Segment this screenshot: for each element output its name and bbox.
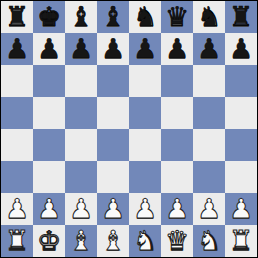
square-h3[interactable]: [225, 161, 257, 193]
square-g8[interactable]: ♞: [193, 1, 225, 33]
square-a5[interactable]: [1, 97, 33, 129]
white-king[interactable]: ♚: [37, 225, 61, 257]
black-bishop[interactable]: ♝: [101, 1, 125, 33]
square-a1[interactable]: ♜: [1, 225, 33, 257]
square-h1[interactable]: ♜: [225, 225, 257, 257]
square-b1[interactable]: ♚: [33, 225, 65, 257]
square-d2[interactable]: ♟: [97, 193, 129, 225]
black-pawn[interactable]: ♟: [69, 33, 93, 65]
square-g3[interactable]: [193, 161, 225, 193]
black-bishop[interactable]: ♝: [69, 1, 93, 33]
square-a8[interactable]: ♜: [1, 1, 33, 33]
square-c6[interactable]: [65, 65, 97, 97]
white-pawn[interactable]: ♟: [197, 193, 221, 225]
square-e3[interactable]: [129, 161, 161, 193]
white-pawn[interactable]: ♟: [165, 193, 189, 225]
square-c5[interactable]: [65, 97, 97, 129]
black-pawn[interactable]: ♟: [197, 33, 221, 65]
square-g2[interactable]: ♟: [193, 193, 225, 225]
white-rook[interactable]: ♜: [5, 225, 29, 257]
black-pawn[interactable]: ♟: [5, 33, 29, 65]
square-b2[interactable]: ♟: [33, 193, 65, 225]
white-pawn[interactable]: ♟: [229, 193, 253, 225]
black-pawn[interactable]: ♟: [37, 33, 61, 65]
square-h7[interactable]: ♟: [225, 33, 257, 65]
square-d5[interactable]: [97, 97, 129, 129]
square-d3[interactable]: [97, 161, 129, 193]
square-d7[interactable]: ♟: [97, 33, 129, 65]
square-d8[interactable]: ♝: [97, 1, 129, 33]
square-b7[interactable]: ♟: [33, 33, 65, 65]
white-pawn[interactable]: ♟: [5, 193, 29, 225]
square-a2[interactable]: ♟: [1, 193, 33, 225]
square-b8[interactable]: ♚: [33, 1, 65, 33]
square-g6[interactable]: [193, 65, 225, 97]
black-rook[interactable]: ♜: [5, 1, 29, 33]
square-d1[interactable]: ♝: [97, 225, 129, 257]
square-g1[interactable]: ♞: [193, 225, 225, 257]
square-g5[interactable]: [193, 97, 225, 129]
black-pawn[interactable]: ♟: [101, 33, 125, 65]
square-a4[interactable]: [1, 129, 33, 161]
square-d4[interactable]: [97, 129, 129, 161]
black-king[interactable]: ♚: [37, 1, 61, 33]
square-f2[interactable]: ♟: [161, 193, 193, 225]
square-h8[interactable]: ♜: [225, 1, 257, 33]
square-f7[interactable]: ♟: [161, 33, 193, 65]
white-rook[interactable]: ♜: [229, 225, 253, 257]
square-c8[interactable]: ♝: [65, 1, 97, 33]
square-e6[interactable]: [129, 65, 161, 97]
square-e1[interactable]: ♞: [129, 225, 161, 257]
square-h5[interactable]: [225, 97, 257, 129]
square-f5[interactable]: [161, 97, 193, 129]
square-e5[interactable]: [129, 97, 161, 129]
white-bishop[interactable]: ♝: [101, 225, 125, 257]
square-c2[interactable]: ♟: [65, 193, 97, 225]
square-c7[interactable]: ♟: [65, 33, 97, 65]
square-f1[interactable]: ♛: [161, 225, 193, 257]
white-knight[interactable]: ♞: [197, 225, 221, 257]
white-queen[interactable]: ♛: [165, 225, 189, 257]
white-pawn[interactable]: ♟: [133, 193, 157, 225]
square-h2[interactable]: ♟: [225, 193, 257, 225]
square-h4[interactable]: [225, 129, 257, 161]
black-pawn[interactable]: ♟: [133, 33, 157, 65]
black-pawn[interactable]: ♟: [229, 33, 253, 65]
white-bishop[interactable]: ♝: [69, 225, 93, 257]
square-a3[interactable]: [1, 161, 33, 193]
square-b4[interactable]: [33, 129, 65, 161]
square-f3[interactable]: [161, 161, 193, 193]
square-c1[interactable]: ♝: [65, 225, 97, 257]
chess-board-frame: ♜♚♝♝♞♛♞♜♟♟♟♟♟♟♟♟♟♟♟♟♟♟♟♟♜♚♝♝♞♛♞♜: [0, 0, 258, 258]
square-h6[interactable]: [225, 65, 257, 97]
black-queen[interactable]: ♛: [165, 1, 189, 33]
white-knight[interactable]: ♞: [133, 225, 157, 257]
square-g7[interactable]: ♟: [193, 33, 225, 65]
white-pawn[interactable]: ♟: [69, 193, 93, 225]
square-b6[interactable]: [33, 65, 65, 97]
square-c3[interactable]: [65, 161, 97, 193]
white-pawn[interactable]: ♟: [37, 193, 61, 225]
square-d6[interactable]: [97, 65, 129, 97]
square-g4[interactable]: [193, 129, 225, 161]
black-pawn[interactable]: ♟: [165, 33, 189, 65]
square-b5[interactable]: [33, 97, 65, 129]
black-rook[interactable]: ♜: [229, 1, 253, 33]
chess-board: ♜♚♝♝♞♛♞♜♟♟♟♟♟♟♟♟♟♟♟♟♟♟♟♟♜♚♝♝♞♛♞♜: [1, 1, 257, 257]
square-f4[interactable]: [161, 129, 193, 161]
square-e8[interactable]: ♞: [129, 1, 161, 33]
square-f6[interactable]: [161, 65, 193, 97]
square-e4[interactable]: [129, 129, 161, 161]
square-a7[interactable]: ♟: [1, 33, 33, 65]
square-e7[interactable]: ♟: [129, 33, 161, 65]
black-knight[interactable]: ♞: [197, 1, 221, 33]
white-pawn[interactable]: ♟: [101, 193, 125, 225]
square-f8[interactable]: ♛: [161, 1, 193, 33]
square-e2[interactable]: ♟: [129, 193, 161, 225]
square-b3[interactable]: [33, 161, 65, 193]
square-a6[interactable]: [1, 65, 33, 97]
square-c4[interactable]: [65, 129, 97, 161]
black-knight[interactable]: ♞: [133, 1, 157, 33]
